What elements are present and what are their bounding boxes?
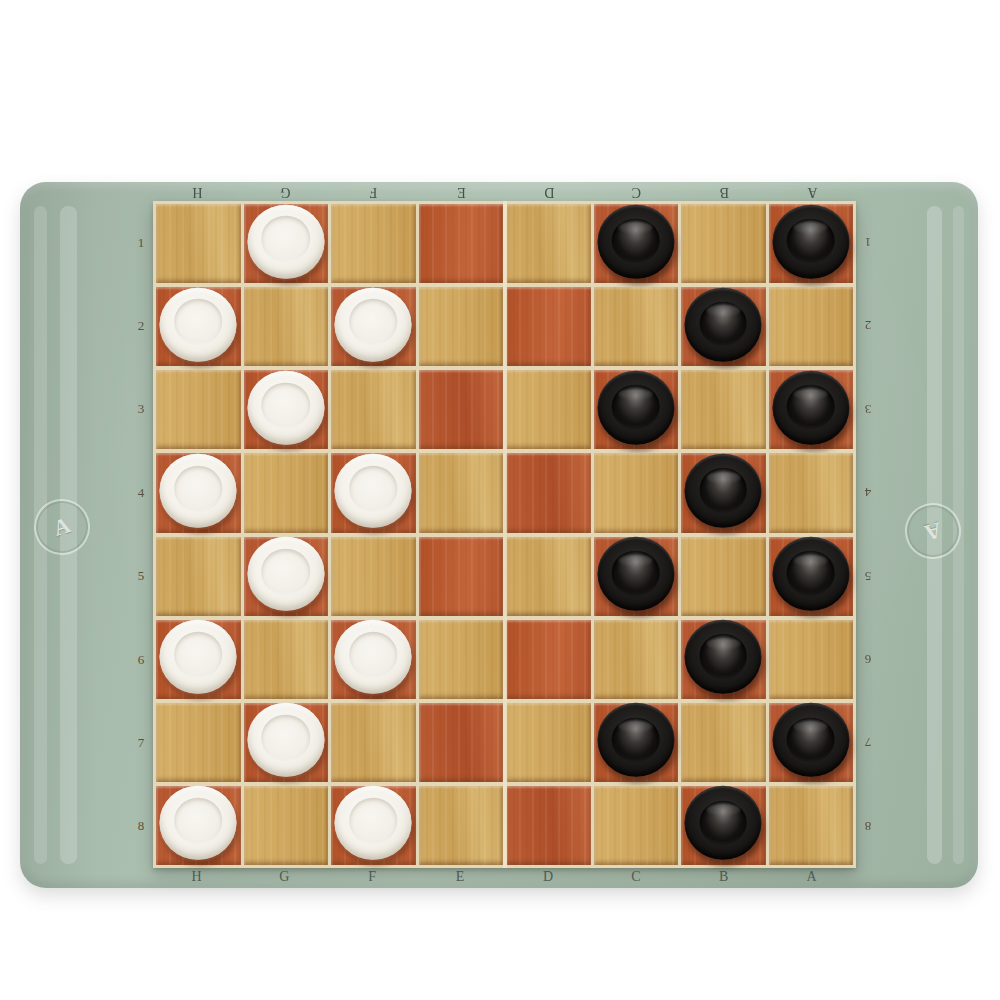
rank-label-right-6: 6	[858, 618, 878, 701]
square-D1[interactable]	[506, 204, 591, 283]
file-label-top-D: D	[505, 183, 593, 201]
file-label-top-B: B	[680, 183, 768, 201]
file-label-bottom-G: G	[241, 868, 329, 886]
black-checker-C7[interactable]	[597, 703, 674, 777]
square-G1[interactable]	[244, 204, 329, 283]
square-H1[interactable]	[156, 204, 241, 283]
embossed-logo-stamp-right: A	[899, 497, 968, 566]
rank-label-right-3: 3	[858, 368, 878, 451]
square-F8[interactable]	[331, 786, 416, 865]
rank-label-right-2: 2	[858, 284, 878, 367]
black-checker-A7[interactable]	[772, 703, 849, 777]
square-E8[interactable]	[419, 786, 504, 865]
square-A2[interactable]	[769, 287, 854, 366]
black-checker-C5[interactable]	[597, 537, 674, 611]
white-checker-G7[interactable]	[247, 703, 324, 777]
file-labels-bottom: HGFEDCBA	[153, 868, 856, 886]
square-E3[interactable]	[419, 370, 504, 449]
square-H8[interactable]	[156, 786, 241, 865]
square-A1[interactable]	[769, 204, 854, 283]
square-A4[interactable]	[769, 453, 854, 532]
file-label-top-H: H	[153, 183, 241, 201]
square-E4[interactable]	[419, 453, 504, 532]
file-label-bottom-D: D	[505, 868, 593, 886]
square-B3[interactable]	[681, 370, 766, 449]
white-checker-H6[interactable]	[160, 620, 237, 694]
file-labels-top: HGFEDCBA	[153, 183, 856, 201]
rank-label-left-2: 2	[131, 284, 151, 367]
embossed-logo-stamp-left: A	[27, 492, 98, 563]
file-label-top-E: E	[417, 183, 505, 201]
square-A8[interactable]	[769, 786, 854, 865]
rank-label-right-4: 4	[858, 451, 878, 534]
square-F3[interactable]	[331, 370, 416, 449]
square-E6[interactable]	[419, 620, 504, 699]
square-B2[interactable]	[681, 287, 766, 366]
white-checker-G5[interactable]	[247, 537, 324, 611]
square-C1[interactable]	[594, 204, 679, 283]
logo-triangle-icon: A	[50, 512, 73, 542]
square-A5[interactable]	[769, 537, 854, 616]
square-B6[interactable]	[681, 620, 766, 699]
file-label-bottom-H: H	[153, 868, 241, 886]
file-label-bottom-F: F	[329, 868, 417, 886]
square-G2[interactable]	[244, 287, 329, 366]
square-D6[interactable]	[506, 620, 591, 699]
file-label-top-C: C	[592, 183, 680, 201]
rank-label-left-3: 3	[131, 368, 151, 451]
square-E7[interactable]	[419, 703, 504, 782]
square-F2[interactable]	[331, 287, 416, 366]
rank-label-left-6: 6	[131, 618, 151, 701]
rank-label-left-8: 8	[131, 785, 151, 868]
square-C2[interactable]	[594, 287, 679, 366]
logo-triangle-icon: A	[922, 516, 944, 545]
black-checker-A1[interactable]	[772, 204, 849, 278]
black-checker-C1[interactable]	[597, 204, 674, 278]
rank-label-right-8: 8	[858, 785, 878, 868]
black-checker-C3[interactable]	[597, 371, 674, 445]
square-C5[interactable]	[594, 537, 679, 616]
square-B1[interactable]	[681, 204, 766, 283]
black-checker-B6[interactable]	[685, 620, 762, 694]
white-checker-H2[interactable]	[160, 287, 237, 361]
square-G7[interactable]	[244, 703, 329, 782]
square-D3[interactable]	[506, 370, 591, 449]
white-checker-H4[interactable]	[160, 454, 237, 528]
rank-label-right-5: 5	[858, 535, 878, 618]
square-D7[interactable]	[506, 703, 591, 782]
square-B7[interactable]	[681, 703, 766, 782]
square-C8[interactable]	[594, 786, 679, 865]
square-D2[interactable]	[506, 287, 591, 366]
square-G3[interactable]	[244, 370, 329, 449]
rank-label-left-5: 5	[131, 535, 151, 618]
square-B5[interactable]	[681, 537, 766, 616]
square-G4[interactable]	[244, 453, 329, 532]
file-label-bottom-B: B	[680, 868, 768, 886]
rank-label-left-7: 7	[131, 701, 151, 784]
square-H3[interactable]	[156, 370, 241, 449]
black-checker-A3[interactable]	[772, 371, 849, 445]
square-F1[interactable]	[331, 204, 416, 283]
white-checker-F4[interactable]	[335, 454, 412, 528]
square-F5[interactable]	[331, 537, 416, 616]
rank-labels-right: 12345678	[858, 201, 878, 868]
square-F7[interactable]	[331, 703, 416, 782]
square-F6[interactable]	[331, 620, 416, 699]
square-C7[interactable]	[594, 703, 679, 782]
square-D5[interactable]	[506, 537, 591, 616]
square-E1[interactable]	[419, 204, 504, 283]
file-label-top-F: F	[329, 183, 417, 201]
file-label-top-A: A	[768, 183, 856, 201]
white-checker-H8[interactable]	[160, 786, 237, 860]
square-D8[interactable]	[506, 786, 591, 865]
white-checker-G1[interactable]	[247, 204, 324, 278]
board-grid	[153, 201, 856, 868]
white-checker-F2[interactable]	[335, 287, 412, 361]
square-A3[interactable]	[769, 370, 854, 449]
square-H2[interactable]	[156, 287, 241, 366]
checkers-board	[153, 201, 856, 868]
rank-label-left-1: 1	[131, 201, 151, 284]
square-C6[interactable]	[594, 620, 679, 699]
square-E5[interactable]	[419, 537, 504, 616]
file-label-bottom-A: A	[768, 868, 856, 886]
black-checker-B8[interactable]	[685, 786, 762, 860]
square-G5[interactable]	[244, 537, 329, 616]
square-A6[interactable]	[769, 620, 854, 699]
square-A7[interactable]	[769, 703, 854, 782]
black-checker-B4[interactable]	[685, 454, 762, 528]
file-label-bottom-E: E	[417, 868, 505, 886]
black-checker-B2[interactable]	[685, 287, 762, 361]
square-G6[interactable]	[244, 620, 329, 699]
square-H6[interactable]	[156, 620, 241, 699]
square-F4[interactable]	[331, 453, 416, 532]
rank-labels-left: 12345678	[131, 201, 151, 868]
white-checker-G3[interactable]	[247, 371, 324, 445]
square-H7[interactable]	[156, 703, 241, 782]
square-B4[interactable]	[681, 453, 766, 532]
square-H4[interactable]	[156, 453, 241, 532]
product-photo-stage: A A HGFEDCBA 12345678 12345678 HGFEDCBA	[0, 0, 1000, 1000]
square-C4[interactable]	[594, 453, 679, 532]
rank-label-right-7: 7	[858, 701, 878, 784]
file-label-bottom-C: C	[592, 868, 680, 886]
square-E2[interactable]	[419, 287, 504, 366]
black-checker-A5[interactable]	[772, 537, 849, 611]
file-label-top-G: G	[241, 183, 329, 201]
white-checker-F8[interactable]	[335, 786, 412, 860]
rank-label-left-4: 4	[131, 451, 151, 534]
white-checker-F6[interactable]	[335, 620, 412, 694]
square-B8[interactable]	[681, 786, 766, 865]
square-H5[interactable]	[156, 537, 241, 616]
square-C3[interactable]	[594, 370, 679, 449]
square-D4[interactable]	[506, 453, 591, 532]
rank-label-right-1: 1	[858, 201, 878, 284]
square-G8[interactable]	[244, 786, 329, 865]
